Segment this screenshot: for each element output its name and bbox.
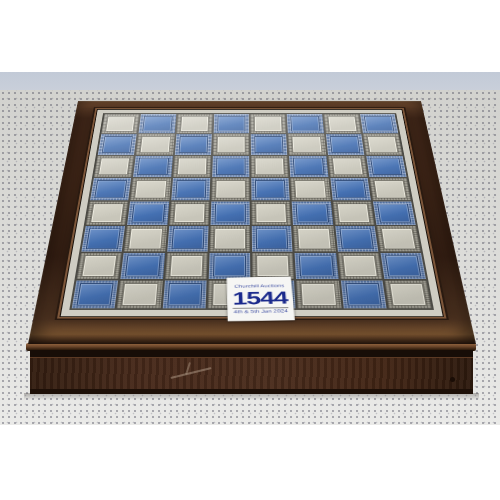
square-center-panel bbox=[302, 284, 336, 305]
square-g4 bbox=[332, 201, 374, 225]
square-f6 bbox=[289, 156, 328, 177]
square-c5 bbox=[171, 178, 210, 200]
square-center-panel bbox=[257, 256, 289, 276]
square-c6 bbox=[173, 156, 211, 177]
square-center-panel bbox=[123, 284, 157, 305]
square-center-panel bbox=[256, 204, 286, 222]
square-center-panel bbox=[294, 158, 323, 174]
square-h3 bbox=[376, 226, 420, 251]
ground-shadow bbox=[24, 393, 479, 400]
square-b5 bbox=[130, 178, 170, 200]
square-center-panel bbox=[340, 229, 372, 248]
square-center-panel bbox=[172, 229, 203, 248]
square-b6 bbox=[133, 156, 172, 177]
square-a3 bbox=[81, 226, 125, 251]
square-center-panel bbox=[177, 158, 206, 174]
square-d4 bbox=[210, 201, 250, 225]
square-center-panel bbox=[257, 229, 288, 248]
square-f4 bbox=[292, 201, 333, 225]
square-center-panel bbox=[218, 117, 245, 131]
square-center-panel bbox=[214, 256, 245, 276]
square-e5 bbox=[251, 178, 290, 200]
square-f2 bbox=[295, 253, 338, 279]
square-center-panel bbox=[215, 229, 245, 248]
square-f1 bbox=[296, 280, 341, 308]
square-center-panel bbox=[78, 284, 113, 305]
square-d5 bbox=[211, 178, 249, 200]
square-g3 bbox=[335, 226, 378, 251]
square-center-panel bbox=[293, 137, 321, 152]
square-b2 bbox=[121, 253, 165, 279]
square-center-panel bbox=[126, 256, 159, 276]
square-e8 bbox=[250, 114, 286, 133]
square-g2 bbox=[338, 253, 383, 279]
square-center-panel bbox=[181, 117, 208, 131]
square-a2 bbox=[77, 253, 122, 279]
square-center-panel bbox=[346, 284, 381, 305]
square-center-panel bbox=[215, 204, 245, 222]
square-center-panel bbox=[300, 256, 333, 276]
square-h5 bbox=[369, 178, 411, 200]
square-b8 bbox=[139, 114, 176, 133]
square-h8 bbox=[360, 114, 398, 133]
square-c2 bbox=[165, 253, 208, 279]
square-center-panel bbox=[256, 158, 284, 174]
square-center-panel bbox=[256, 181, 285, 198]
square-f7 bbox=[288, 134, 326, 154]
square-c3 bbox=[167, 226, 209, 251]
square-center-panel bbox=[82, 256, 116, 276]
square-center-panel bbox=[330, 137, 359, 152]
square-g1 bbox=[340, 280, 386, 308]
drawer-base-front bbox=[30, 357, 473, 394]
square-center-panel bbox=[179, 137, 207, 152]
square-center-panel bbox=[332, 158, 362, 174]
square-center-panel bbox=[168, 284, 201, 305]
square-e4 bbox=[251, 201, 291, 225]
square-center-panel bbox=[374, 181, 405, 198]
square-f5 bbox=[291, 178, 331, 200]
square-center-panel bbox=[103, 137, 132, 152]
square-b7 bbox=[136, 134, 174, 154]
sticker-lot-number: 1544 bbox=[232, 288, 288, 307]
square-c8 bbox=[176, 114, 212, 133]
square-center-panel bbox=[382, 229, 415, 248]
square-c7 bbox=[174, 134, 211, 154]
square-d6 bbox=[212, 156, 249, 177]
photo-stage: Churchill Auctions 1544 4th & 5th Jan 20… bbox=[0, 0, 500, 500]
square-center-panel bbox=[133, 204, 164, 222]
square-f3 bbox=[293, 226, 335, 251]
square-d8 bbox=[213, 114, 249, 133]
square-center-panel bbox=[91, 204, 123, 222]
square-center-panel bbox=[335, 181, 366, 198]
square-center-panel bbox=[378, 204, 410, 222]
square-center-panel bbox=[217, 158, 245, 174]
square-b4 bbox=[127, 201, 168, 225]
square-g7 bbox=[325, 134, 364, 154]
square-center-panel bbox=[298, 229, 330, 248]
square-center-panel bbox=[337, 204, 369, 222]
square-c4 bbox=[169, 201, 209, 225]
square-center-panel bbox=[216, 181, 245, 198]
square-g6 bbox=[328, 156, 368, 177]
square-h4 bbox=[373, 201, 416, 225]
square-g5 bbox=[330, 178, 371, 200]
square-h1 bbox=[384, 280, 431, 308]
square-center-panel bbox=[136, 181, 166, 198]
auction-lot-sticker: Churchill Auctions 1544 4th & 5th Jan 20… bbox=[227, 277, 295, 322]
square-center-panel bbox=[174, 204, 204, 222]
square-center-panel bbox=[138, 158, 167, 174]
square-a1 bbox=[72, 280, 119, 308]
square-d3 bbox=[209, 226, 250, 251]
square-center-panel bbox=[170, 256, 202, 276]
square-d7 bbox=[213, 134, 249, 154]
base-knot bbox=[450, 377, 455, 382]
square-center-panel bbox=[143, 117, 171, 131]
square-e3 bbox=[252, 226, 293, 251]
square-a6 bbox=[94, 156, 134, 177]
square-b3 bbox=[124, 226, 167, 251]
square-center-panel bbox=[217, 137, 244, 152]
square-center-panel bbox=[328, 117, 356, 131]
square-d2 bbox=[208, 253, 250, 279]
square-center-panel bbox=[368, 137, 398, 152]
square-center-panel bbox=[106, 117, 135, 131]
square-a4 bbox=[86, 201, 128, 225]
square-center-panel bbox=[141, 137, 170, 152]
background-wall-band bbox=[0, 72, 500, 90]
square-f8 bbox=[287, 114, 324, 133]
square-center-panel bbox=[291, 117, 319, 131]
square-b1 bbox=[117, 280, 162, 308]
square-center-panel bbox=[99, 158, 129, 174]
square-center-panel bbox=[295, 181, 325, 198]
square-center-panel bbox=[365, 117, 394, 131]
square-e2 bbox=[252, 253, 294, 279]
square-h7 bbox=[363, 134, 402, 154]
square-center-panel bbox=[255, 117, 282, 131]
square-e6 bbox=[251, 156, 289, 177]
square-center-panel bbox=[297, 204, 328, 222]
square-a5 bbox=[90, 178, 131, 200]
square-a8 bbox=[101, 114, 139, 133]
square-center-panel bbox=[255, 137, 283, 152]
square-e7 bbox=[251, 134, 288, 154]
square-center-panel bbox=[371, 158, 401, 174]
square-center-panel bbox=[95, 181, 126, 198]
square-a7 bbox=[98, 134, 137, 154]
square-center-panel bbox=[176, 181, 205, 198]
square-center-panel bbox=[386, 256, 420, 276]
square-c1 bbox=[162, 280, 206, 308]
square-center-panel bbox=[343, 256, 376, 276]
square-h6 bbox=[366, 156, 407, 177]
square-center-panel bbox=[390, 284, 425, 305]
square-g8 bbox=[323, 114, 361, 133]
square-center-panel bbox=[87, 229, 120, 248]
square-center-panel bbox=[129, 229, 161, 248]
sticker-date: 4th & 5th Jan 2024 bbox=[234, 308, 288, 314]
chess-board-frame: Churchill Auctions 1544 4th & 5th Jan 20… bbox=[28, 101, 476, 344]
square-h2 bbox=[380, 253, 426, 279]
